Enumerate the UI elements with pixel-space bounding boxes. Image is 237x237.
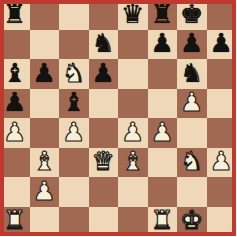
square-g5[interactable]: ♟ <box>177 89 207 119</box>
piece-white-queen[interactable]: ♛ <box>92 148 115 174</box>
piece-black-pawn[interactable]: ♟ <box>151 30 174 56</box>
square-c4[interactable]: ♟ <box>59 118 89 148</box>
piece-white-bishop[interactable]: ♝ <box>33 148 56 174</box>
piece-black-king[interactable]: ♚ <box>180 1 203 27</box>
square-g7[interactable]: ♟ <box>177 30 207 60</box>
piece-black-bishop[interactable]: ♝ <box>3 60 26 86</box>
square-h6[interactable] <box>207 59 237 89</box>
piece-white-rook[interactable]: ♜ <box>151 207 174 233</box>
square-h3[interactable]: ♟ <box>207 148 237 178</box>
square-d3[interactable]: ♛ <box>89 148 119 178</box>
square-d8[interactable] <box>89 0 119 30</box>
square-e5[interactable] <box>118 89 148 119</box>
square-d6[interactable]: ♟ <box>89 59 119 89</box>
piece-black-bishop[interactable]: ♝ <box>62 89 85 115</box>
square-d1[interactable] <box>89 207 119 237</box>
square-e1[interactable] <box>118 207 148 237</box>
square-b7[interactable] <box>30 30 60 60</box>
square-a5[interactable]: ♟ <box>0 89 30 119</box>
piece-black-rook[interactable]: ♜ <box>3 1 26 27</box>
piece-white-rook[interactable]: ♜ <box>3 207 26 233</box>
square-e6[interactable] <box>118 59 148 89</box>
square-c7[interactable] <box>59 30 89 60</box>
piece-white-king[interactable]: ♚ <box>180 207 203 233</box>
square-e4[interactable]: ♟ <box>118 118 148 148</box>
square-a1[interactable]: ♜ <box>0 207 30 237</box>
square-b1[interactable] <box>30 207 60 237</box>
square-a3[interactable] <box>0 148 30 178</box>
square-c8[interactable] <box>59 0 89 30</box>
piece-white-pawn[interactable]: ♟ <box>180 89 203 115</box>
piece-black-pawn[interactable]: ♟ <box>92 60 115 86</box>
square-c2[interactable] <box>59 177 89 207</box>
piece-black-knight[interactable]: ♞ <box>180 60 203 86</box>
square-b4[interactable] <box>30 118 60 148</box>
square-g6[interactable]: ♞ <box>177 59 207 89</box>
piece-white-bishop[interactable]: ♝ <box>121 148 144 174</box>
square-e7[interactable] <box>118 30 148 60</box>
square-b8[interactable] <box>30 0 60 30</box>
square-f1[interactable]: ♜ <box>148 207 178 237</box>
square-a8[interactable]: ♜ <box>0 0 30 30</box>
square-g8[interactable]: ♚ <box>177 0 207 30</box>
piece-black-rook[interactable]: ♜ <box>151 1 174 27</box>
piece-white-pawn[interactable]: ♟ <box>3 119 26 145</box>
square-a2[interactable] <box>0 177 30 207</box>
square-h5[interactable] <box>207 89 237 119</box>
square-f7[interactable]: ♟ <box>148 30 178 60</box>
square-f5[interactable] <box>148 89 178 119</box>
piece-white-pawn[interactable]: ♟ <box>33 178 56 204</box>
piece-white-pawn[interactable]: ♟ <box>121 119 144 145</box>
square-h2[interactable] <box>207 177 237 207</box>
square-c6[interactable]: ♞ <box>59 59 89 89</box>
square-g4[interactable] <box>177 118 207 148</box>
piece-white-pawn[interactable]: ♟ <box>210 148 233 174</box>
piece-black-knight[interactable]: ♞ <box>92 30 115 56</box>
piece-black-pawn[interactable]: ♟ <box>210 30 233 56</box>
square-f2[interactable] <box>148 177 178 207</box>
square-a6[interactable]: ♝ <box>0 59 30 89</box>
square-f8[interactable]: ♜ <box>148 0 178 30</box>
square-h8[interactable] <box>207 0 237 30</box>
square-a4[interactable]: ♟ <box>0 118 30 148</box>
piece-white-knight[interactable]: ♞ <box>62 60 85 86</box>
piece-black-queen[interactable]: ♛ <box>121 1 144 27</box>
piece-white-pawn[interactable]: ♟ <box>151 119 174 145</box>
piece-black-pawn[interactable]: ♟ <box>3 89 26 115</box>
piece-white-knight[interactable]: ♞ <box>180 148 203 174</box>
square-e8[interactable]: ♛ <box>118 0 148 30</box>
piece-black-pawn[interactable]: ♟ <box>180 30 203 56</box>
square-f6[interactable] <box>148 59 178 89</box>
square-b2[interactable]: ♟ <box>30 177 60 207</box>
square-d4[interactable] <box>89 118 119 148</box>
square-d7[interactable]: ♞ <box>89 30 119 60</box>
square-e3[interactable]: ♝ <box>118 148 148 178</box>
square-h4[interactable] <box>207 118 237 148</box>
piece-black-pawn[interactable]: ♟ <box>33 60 56 86</box>
square-d2[interactable] <box>89 177 119 207</box>
square-e2[interactable] <box>118 177 148 207</box>
square-h1[interactable] <box>207 207 237 237</box>
chess-board: ♜♛♜♚♞♟♟♟♝♟♞♟♞♟♝♟♟♟♟♟♝♛♝♞♟♟♜♜♚ <box>0 0 236 236</box>
square-h7[interactable]: ♟ <box>207 30 237 60</box>
square-b5[interactable] <box>30 89 60 119</box>
square-f3[interactable] <box>148 148 178 178</box>
square-f4[interactable]: ♟ <box>148 118 178 148</box>
square-g1[interactable]: ♚ <box>177 207 207 237</box>
square-c3[interactable] <box>59 148 89 178</box>
chessboard-stage: ♜♛♜♚♞♟♟♟♝♟♞♟♞♟♝♟♟♟♟♟♝♛♝♞♟♟♜♜♚ <box>0 0 236 236</box>
square-g3[interactable]: ♞ <box>177 148 207 178</box>
square-b6[interactable]: ♟ <box>30 59 60 89</box>
square-c1[interactable] <box>59 207 89 237</box>
square-g2[interactable] <box>177 177 207 207</box>
square-d5[interactable] <box>89 89 119 119</box>
square-b3[interactable]: ♝ <box>30 148 60 178</box>
square-a7[interactable] <box>0 30 30 60</box>
square-c5[interactable]: ♝ <box>59 89 89 119</box>
piece-white-pawn[interactable]: ♟ <box>62 119 85 145</box>
